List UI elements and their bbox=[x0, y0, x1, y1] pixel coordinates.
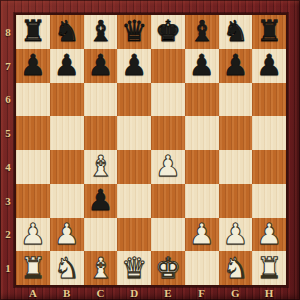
piece-black-knight[interactable]: ♞ bbox=[222, 15, 248, 48]
square-a6[interactable] bbox=[16, 83, 50, 117]
square-g5[interactable] bbox=[219, 116, 253, 150]
square-d7[interactable]: ♟ bbox=[117, 49, 151, 83]
square-a2[interactable]: ♟ bbox=[16, 218, 50, 252]
file-label-e: E bbox=[151, 285, 185, 300]
square-h4[interactable] bbox=[252, 150, 286, 184]
piece-white-pawn[interactable]: ♟ bbox=[20, 218, 46, 251]
square-a1[interactable]: ♜ bbox=[16, 251, 50, 285]
piece-black-bishop[interactable]: ♝ bbox=[189, 15, 215, 48]
square-a8[interactable]: ♜ bbox=[16, 15, 50, 49]
square-g8[interactable]: ♞ bbox=[219, 15, 253, 49]
square-g6[interactable] bbox=[219, 83, 253, 117]
square-c7[interactable]: ♟ bbox=[84, 49, 118, 83]
square-b3[interactable] bbox=[50, 184, 84, 218]
square-h1[interactable]: ♜ bbox=[252, 251, 286, 285]
piece-black-pawn[interactable]: ♟ bbox=[222, 49, 248, 82]
piece-black-pawn[interactable]: ♟ bbox=[256, 49, 282, 82]
piece-white-rook[interactable]: ♜ bbox=[256, 252, 282, 285]
square-h5[interactable] bbox=[252, 116, 286, 150]
file-label-b: B bbox=[50, 285, 84, 300]
file-label-f: F bbox=[185, 285, 219, 300]
piece-white-pawn[interactable]: ♟ bbox=[189, 218, 215, 251]
piece-white-pawn[interactable]: ♟ bbox=[54, 218, 80, 251]
rank-label-5: 5 bbox=[0, 116, 16, 150]
piece-black-pawn[interactable]: ♟ bbox=[54, 49, 80, 82]
rank-labels: 87654321 bbox=[0, 15, 16, 285]
square-d8[interactable]: ♛ bbox=[117, 15, 151, 49]
square-a4[interactable] bbox=[16, 150, 50, 184]
square-e1[interactable]: ♚ bbox=[151, 251, 185, 285]
square-e2[interactable] bbox=[151, 218, 185, 252]
piece-white-pawn[interactable]: ♟ bbox=[222, 218, 248, 251]
square-b7[interactable]: ♟ bbox=[50, 49, 84, 83]
square-f5[interactable] bbox=[185, 116, 219, 150]
file-label-d: D bbox=[117, 285, 151, 300]
square-d5[interactable] bbox=[117, 116, 151, 150]
square-h2[interactable]: ♟ bbox=[252, 218, 286, 252]
piece-black-pawn[interactable]: ♟ bbox=[20, 49, 46, 82]
piece-white-king[interactable]: ♚ bbox=[155, 252, 181, 285]
square-h3[interactable] bbox=[252, 184, 286, 218]
file-label-g: G bbox=[219, 285, 253, 300]
square-f8[interactable]: ♝ bbox=[185, 15, 219, 49]
square-f7[interactable]: ♟ bbox=[185, 49, 219, 83]
square-b2[interactable]: ♟ bbox=[50, 218, 84, 252]
square-g3[interactable] bbox=[219, 184, 253, 218]
piece-white-pawn[interactable]: ♟ bbox=[256, 218, 282, 251]
rank-label-7: 7 bbox=[0, 49, 16, 83]
square-g4[interactable] bbox=[219, 150, 253, 184]
piece-white-queen[interactable]: ♛ bbox=[121, 252, 147, 285]
piece-white-bishop[interactable]: ♝ bbox=[87, 252, 113, 285]
file-label-a: A bbox=[16, 285, 50, 300]
square-g7[interactable]: ♟ bbox=[219, 49, 253, 83]
piece-white-rook[interactable]: ♜ bbox=[20, 252, 46, 285]
square-f6[interactable] bbox=[185, 83, 219, 117]
square-c2[interactable] bbox=[84, 218, 118, 252]
square-h7[interactable]: ♟ bbox=[252, 49, 286, 83]
file-label-c: C bbox=[84, 285, 118, 300]
piece-white-pawn[interactable]: ♟ bbox=[155, 150, 181, 183]
square-c8[interactable]: ♝ bbox=[84, 15, 118, 49]
piece-black-knight[interactable]: ♞ bbox=[54, 15, 80, 48]
piece-white-knight[interactable]: ♞ bbox=[54, 252, 80, 285]
square-a3[interactable] bbox=[16, 184, 50, 218]
square-b4[interactable] bbox=[50, 150, 84, 184]
square-f1[interactable] bbox=[185, 251, 219, 285]
square-e5[interactable] bbox=[151, 116, 185, 150]
square-b6[interactable] bbox=[50, 83, 84, 117]
square-c3[interactable]: ♟ bbox=[84, 184, 118, 218]
square-e3[interactable] bbox=[151, 184, 185, 218]
square-f4[interactable] bbox=[185, 150, 219, 184]
square-e8[interactable]: ♚ bbox=[151, 15, 185, 49]
chess-board: ♜♞♝♛♚♝♞♜♟♟♟♟♟♟♟♝♟♟♟♟♟♟♟♜♞♝♛♚♞♜ bbox=[16, 15, 286, 285]
square-c1[interactable]: ♝ bbox=[84, 251, 118, 285]
square-b5[interactable] bbox=[50, 116, 84, 150]
square-e4[interactable]: ♟ bbox=[151, 150, 185, 184]
square-d1[interactable]: ♛ bbox=[117, 251, 151, 285]
piece-black-pawn[interactable]: ♟ bbox=[189, 49, 215, 82]
piece-black-rook[interactable]: ♜ bbox=[20, 15, 46, 48]
file-label-h: H bbox=[252, 285, 286, 300]
rank-label-1: 1 bbox=[0, 251, 16, 285]
piece-black-pawn[interactable]: ♟ bbox=[87, 49, 113, 82]
piece-black-king[interactable]: ♚ bbox=[155, 15, 181, 48]
file-labels: ABCDEFGH bbox=[16, 285, 286, 300]
square-b8[interactable]: ♞ bbox=[50, 15, 84, 49]
piece-white-knight[interactable]: ♞ bbox=[222, 252, 248, 285]
square-d3[interactable] bbox=[117, 184, 151, 218]
square-a5[interactable] bbox=[16, 116, 50, 150]
square-c4[interactable]: ♝ bbox=[84, 150, 118, 184]
square-c5[interactable] bbox=[84, 116, 118, 150]
square-h6[interactable] bbox=[252, 83, 286, 117]
rank-label-4: 4 bbox=[0, 150, 16, 184]
square-d2[interactable] bbox=[117, 218, 151, 252]
piece-white-bishop[interactable]: ♝ bbox=[87, 150, 113, 183]
square-g1[interactable]: ♞ bbox=[219, 251, 253, 285]
rank-label-2: 2 bbox=[0, 218, 16, 252]
square-d6[interactable] bbox=[117, 83, 151, 117]
piece-black-rook[interactable]: ♜ bbox=[256, 15, 282, 48]
square-e7[interactable] bbox=[151, 49, 185, 83]
piece-black-queen[interactable]: ♛ bbox=[121, 15, 147, 48]
rank-label-3: 3 bbox=[0, 184, 16, 218]
square-h8[interactable]: ♜ bbox=[252, 15, 286, 49]
square-c6[interactable] bbox=[84, 83, 118, 117]
square-g2[interactable]: ♟ bbox=[219, 218, 253, 252]
piece-black-bishop[interactable]: ♝ bbox=[87, 15, 113, 48]
chessboard-frame: 87654321 ♜♞♝♛♚♝♞♜♟♟♟♟♟♟♟♝♟♟♟♟♟♟♟♜♞♝♛♚♞♜ … bbox=[0, 0, 300, 300]
rank-label-8: 8 bbox=[0, 15, 16, 49]
square-f2[interactable]: ♟ bbox=[185, 218, 219, 252]
piece-black-pawn[interactable]: ♟ bbox=[87, 184, 113, 217]
piece-black-pawn[interactable]: ♟ bbox=[121, 49, 147, 82]
square-a7[interactable]: ♟ bbox=[16, 49, 50, 83]
square-f3[interactable] bbox=[185, 184, 219, 218]
square-b1[interactable]: ♞ bbox=[50, 251, 84, 285]
square-e6[interactable] bbox=[151, 83, 185, 117]
square-d4[interactable] bbox=[117, 150, 151, 184]
rank-label-6: 6 bbox=[0, 83, 16, 117]
